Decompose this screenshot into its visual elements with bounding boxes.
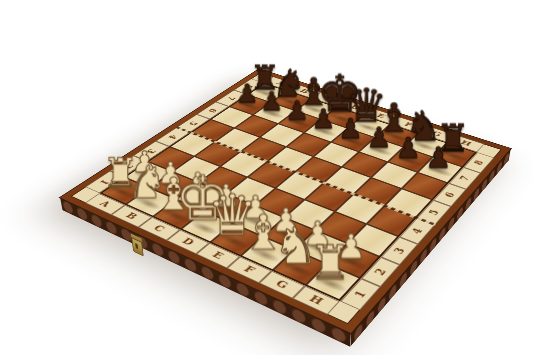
black-pawn-d7[interactable]: ♟ [310, 106, 337, 133]
brass-clasp[interactable] [131, 237, 143, 257]
wooden-chess-set-photo: ABCDEFGH ABCDEFGH 87654321 87654321 ♜♞♝♚… [0, 0, 533, 355]
black-pawn-f7[interactable]: ♟ [364, 124, 392, 152]
rank-label-text: 8 [472, 159, 487, 166]
black-pawn-g7[interactable]: ♟ [393, 134, 422, 163]
black-pawn-e7[interactable]: ♟ [337, 115, 364, 142]
black-pawn-h7[interactable]: ♟ [423, 144, 452, 173]
black-pawn-c7[interactable]: ♟ [283, 97, 310, 124]
white-rook-h1[interactable]: ♜ [306, 239, 353, 286]
black-pawn-b7[interactable]: ♟ [258, 89, 284, 115]
chess-board: ABCDEFGH ABCDEFGH 87654321 87654321 ♜♞♝♚… [60, 69, 511, 333]
